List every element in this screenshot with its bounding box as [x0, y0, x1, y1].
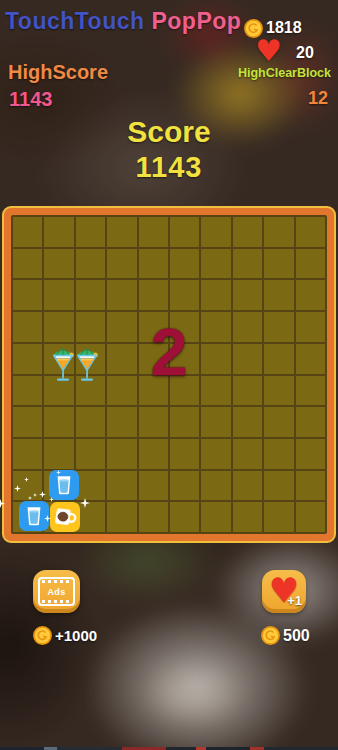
board-cell[interactable] — [13, 439, 42, 469]
board-cell[interactable] — [13, 407, 42, 437]
board-cell[interactable] — [107, 280, 136, 310]
coin-icon — [33, 626, 52, 645]
board-cell[interactable] — [76, 471, 105, 501]
board-cell[interactable] — [201, 439, 230, 469]
board-cell[interactable] — [264, 502, 293, 532]
board-cell[interactable] — [107, 407, 136, 437]
app-title-part1: TouchTouch — [5, 8, 145, 34]
board-cell[interactable] — [233, 407, 262, 437]
board-cell[interactable] — [201, 249, 230, 279]
board-cell[interactable] — [76, 280, 105, 310]
board-cell[interactable] — [13, 471, 42, 501]
game-screen: TouchTouch PopPop 1818 ♥ 20 HighClearBlo… — [0, 0, 338, 750]
board-cell[interactable] — [296, 249, 325, 279]
board-cell[interactable] — [76, 407, 105, 437]
board-cell[interactable] — [76, 217, 105, 247]
board-cell[interactable] — [13, 217, 42, 247]
ads-button-label: Ads — [48, 587, 66, 597]
board-cell[interactable] — [107, 471, 136, 501]
lives-count: 20 — [296, 44, 314, 62]
board-cell[interactable] — [170, 407, 199, 437]
board-cell[interactable] — [296, 217, 325, 247]
board-cell[interactable] — [233, 249, 262, 279]
board-cell[interactable] — [264, 217, 293, 247]
board-cell[interactable] — [139, 249, 168, 279]
board-cell[interactable] — [296, 471, 325, 501]
board-cell[interactable] — [170, 502, 199, 532]
high-clear-block-label: HighClearBlock — [238, 66, 331, 80]
board-cell[interactable] — [76, 439, 105, 469]
board-cell[interactable] — [233, 471, 262, 501]
board-cell[interactable] — [170, 439, 199, 469]
board-cell[interactable] — [233, 439, 262, 469]
board-cell[interactable] — [44, 280, 73, 310]
board-cell[interactable] — [201, 471, 230, 501]
high-clear-block-value: 12 — [308, 88, 328, 109]
high-score-label: HighScore — [8, 61, 108, 84]
board-cell[interactable] — [107, 249, 136, 279]
board-cell[interactable] — [170, 249, 199, 279]
board-cell[interactable] — [44, 439, 73, 469]
board-cell[interactable] — [139, 471, 168, 501]
board-cell[interactable] — [44, 407, 73, 437]
coin-icon — [261, 626, 280, 645]
ads-reward-amount: +1000 — [55, 627, 97, 644]
board-cell[interactable] — [139, 502, 168, 532]
combo-counter: 2 — [0, 314, 338, 390]
board-cell[interactable] — [264, 249, 293, 279]
board-cell[interactable] — [44, 502, 73, 532]
board-cell[interactable] — [44, 249, 73, 279]
board-cell[interactable] — [296, 502, 325, 532]
board-cell[interactable] — [264, 471, 293, 501]
board-cell[interactable] — [139, 439, 168, 469]
high-score-value: 1143 — [9, 88, 52, 111]
board-cell[interactable] — [296, 280, 325, 310]
board-cell[interactable] — [201, 502, 230, 532]
board-cell[interactable] — [107, 502, 136, 532]
score-label: Score — [0, 115, 338, 149]
board-cell[interactable] — [170, 217, 199, 247]
board-cell[interactable] — [233, 280, 262, 310]
board-cell[interactable] — [107, 217, 136, 247]
board-cell[interactable] — [139, 280, 168, 310]
board-cell[interactable] — [233, 217, 262, 247]
board-cell[interactable] — [44, 217, 73, 247]
board-cell[interactable] — [296, 407, 325, 437]
app-title: TouchTouch PopPop — [5, 8, 241, 35]
heart-icon: ♥ — [255, 33, 282, 68]
board-cell[interactable] — [107, 439, 136, 469]
board-cell[interactable] — [139, 217, 168, 247]
board-cell[interactable] — [44, 471, 73, 501]
watch-ads-button[interactable]: Ads — [33, 570, 80, 613]
film-strip-icon: Ads — [38, 577, 75, 606]
board-cell[interactable] — [13, 502, 42, 532]
score-value: 1143 — [0, 151, 338, 184]
board-cell[interactable] — [139, 407, 168, 437]
board-cell[interactable] — [76, 249, 105, 279]
board-cell[interactable] — [233, 502, 262, 532]
board-cell[interactable] — [201, 280, 230, 310]
buy-heart-button[interactable]: ♥ +1 — [262, 570, 306, 613]
board-cell[interactable] — [264, 280, 293, 310]
plus-one-label: +1 — [287, 593, 302, 608]
board-cell[interactable] — [170, 471, 199, 501]
board-cell[interactable] — [170, 280, 199, 310]
heart-cost-amount: 500 — [283, 627, 310, 645]
board-cell[interactable] — [201, 217, 230, 247]
board-cell[interactable] — [201, 407, 230, 437]
board-cell[interactable] — [76, 502, 105, 532]
board-cell[interactable] — [264, 439, 293, 469]
board-cell[interactable] — [13, 280, 42, 310]
board-cell[interactable] — [296, 439, 325, 469]
board-cell[interactable] — [13, 249, 42, 279]
board-cell[interactable] — [264, 407, 293, 437]
app-title-part2: PopPop — [145, 8, 242, 34]
